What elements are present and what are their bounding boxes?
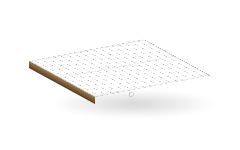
pieces-layer (0, 0, 240, 150)
chess-set-photo (0, 0, 240, 150)
